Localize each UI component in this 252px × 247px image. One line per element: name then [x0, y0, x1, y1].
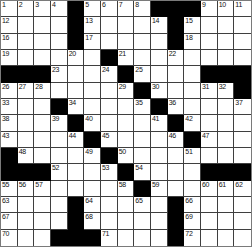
cell-r14c6[interactable]: 68	[84, 213, 101, 229]
cell-r3c13[interactable]	[201, 34, 218, 50]
cell-r13c9[interactable]: 65	[134, 197, 151, 213]
cell-r11c10[interactable]	[151, 164, 168, 180]
block-cell-r6c9	[134, 83, 151, 99]
clue-number-3: 3	[35, 1, 39, 9]
clue-number-43: 43	[2, 132, 9, 140]
cell-r7c2[interactable]	[18, 99, 35, 115]
cell-r10c8[interactable]: 50	[118, 148, 135, 164]
block-cell-r15c6	[84, 230, 101, 246]
cell-r3c12[interactable]: 18	[184, 34, 201, 50]
cell-r12c4[interactable]	[51, 181, 68, 197]
clue-number-67: 67	[2, 213, 9, 221]
clue-number-29: 29	[119, 83, 126, 91]
block-cell-r11c2	[18, 164, 35, 180]
cell-r3c10[interactable]	[151, 34, 168, 50]
cell-r2c6[interactable]: 13	[84, 17, 101, 33]
cell-r14c8[interactable]	[118, 213, 135, 229]
cell-r2c10[interactable]: 14	[151, 17, 168, 33]
cell-r7c8[interactable]	[118, 99, 135, 115]
cell-r4c15[interactable]	[234, 50, 251, 66]
cell-r2c15[interactable]	[234, 17, 251, 33]
cell-r10c11[interactable]	[168, 148, 185, 164]
block-cell-r10c7	[101, 148, 118, 164]
block-cell-r12c9	[134, 181, 151, 197]
clue-number-45: 45	[102, 132, 109, 140]
clue-number-60: 60	[202, 181, 209, 189]
cell-r8c14[interactable]	[218, 115, 235, 131]
cell-r12c12[interactable]	[184, 181, 201, 197]
clue-number-54: 54	[135, 164, 142, 172]
cell-r15c7[interactable]: 71	[101, 230, 118, 246]
cell-r13c3[interactable]	[34, 197, 51, 213]
cell-r9c11[interactable]: 46	[168, 132, 185, 148]
cell-r10c14[interactable]	[218, 148, 235, 164]
clue-number-44: 44	[69, 132, 76, 140]
cell-r11c4[interactable]: 52	[51, 164, 68, 180]
clue-number-57: 57	[35, 181, 42, 189]
cell-r11c7[interactable]: 53	[101, 164, 118, 180]
block-cell-r11c1	[1, 164, 18, 180]
clue-number-68: 68	[85, 213, 92, 221]
clue-number-10: 10	[219, 1, 226, 9]
cell-r5c5[interactable]	[68, 66, 85, 82]
clue-number-48: 48	[19, 148, 26, 156]
cell-r12c13[interactable]: 60	[201, 181, 218, 197]
block-cell-r7c10	[151, 99, 168, 115]
clue-number-69: 69	[185, 213, 192, 221]
cell-r10c3[interactable]	[34, 148, 51, 164]
cell-r15c15[interactable]	[234, 230, 251, 246]
cell-r8c6[interactable]: 40	[84, 115, 101, 131]
block-cell-r5c3	[34, 66, 51, 82]
cell-r9c14[interactable]	[218, 132, 235, 148]
cell-r2c7[interactable]	[101, 17, 118, 33]
cell-r11c11[interactable]	[168, 164, 185, 180]
cell-r13c2[interactable]	[18, 197, 35, 213]
cell-r4c6[interactable]	[84, 50, 101, 66]
cell-r2c3[interactable]	[34, 17, 51, 33]
clue-number-39: 39	[52, 115, 59, 123]
cell-r4c14[interactable]	[218, 50, 235, 66]
clue-number-26: 26	[2, 83, 9, 91]
cell-r8c8[interactable]	[118, 115, 135, 131]
cell-r4c13[interactable]	[201, 50, 218, 66]
cell-r12c14[interactable]: 61	[218, 181, 235, 197]
cell-r14c7[interactable]	[101, 213, 118, 229]
cell-r14c2[interactable]	[18, 213, 35, 229]
cell-r12c1[interactable]: 55	[1, 181, 18, 197]
cell-r1c4[interactable]: 4	[51, 1, 68, 17]
clue-number-56: 56	[19, 181, 26, 189]
clue-number-50: 50	[119, 148, 126, 156]
cell-r3c9[interactable]	[134, 34, 151, 50]
cell-r8c9[interactable]	[134, 115, 151, 131]
block-cell-r6c15	[234, 83, 251, 99]
clue-number-17: 17	[85, 34, 92, 42]
cell-r7c3[interactable]	[34, 99, 51, 115]
cell-r13c4[interactable]	[51, 197, 68, 213]
clue-number-16: 16	[2, 34, 9, 42]
cell-r15c13[interactable]	[201, 230, 218, 246]
clue-number-65: 65	[135, 197, 142, 205]
cell-r15c3[interactable]	[34, 230, 51, 246]
cell-r8c15[interactable]	[234, 115, 251, 131]
cell-r6c4[interactable]	[51, 83, 68, 99]
cell-r14c15[interactable]	[234, 213, 251, 229]
block-cell-r8c11	[168, 115, 185, 131]
cell-r2c8[interactable]	[118, 17, 135, 33]
clue-number-18: 18	[185, 34, 192, 42]
clue-number-22: 22	[169, 50, 176, 58]
cell-r9c3[interactable]	[34, 132, 51, 148]
clue-number-49: 49	[85, 148, 92, 156]
clue-number-66: 66	[185, 197, 192, 205]
cell-r14c13[interactable]	[201, 213, 218, 229]
block-cell-r11c13	[201, 164, 218, 180]
block-cell-r8c5	[68, 115, 85, 131]
cell-r4c8[interactable]: 21	[118, 50, 135, 66]
cell-r13c14[interactable]	[218, 197, 235, 213]
cell-r1c13[interactable]: 9	[201, 1, 218, 17]
cell-r12c8[interactable]: 58	[118, 181, 135, 197]
cell-r10c13[interactable]	[201, 148, 218, 164]
clue-number-32: 32	[219, 83, 226, 91]
cell-r13c15[interactable]	[234, 197, 251, 213]
cell-r3c1[interactable]: 16	[1, 34, 18, 50]
cell-r14c3[interactable]	[34, 213, 51, 229]
clue-number-37: 37	[235, 99, 242, 107]
cell-r13c13[interactable]	[201, 197, 218, 213]
block-cell-r15c5	[68, 230, 85, 246]
cell-r6c11[interactable]	[168, 83, 185, 99]
cell-r9c10[interactable]	[151, 132, 168, 148]
cell-r8c10[interactable]: 41	[151, 115, 168, 131]
block-cell-r15c4	[51, 230, 68, 246]
cell-r3c4[interactable]	[51, 34, 68, 50]
clue-number-15: 15	[185, 17, 192, 25]
block-cell-r14c5	[68, 213, 85, 229]
cell-r1c8[interactable]: 7	[118, 1, 135, 17]
clue-number-30: 30	[152, 83, 159, 91]
block-cell-r10c1	[1, 148, 18, 164]
clue-number-64: 64	[85, 197, 92, 205]
cell-r7c11[interactable]: 36	[168, 99, 185, 115]
cell-r12c3[interactable]: 57	[34, 181, 51, 197]
clue-number-4: 4	[52, 1, 56, 9]
cell-r14c12[interactable]: 69	[184, 213, 201, 229]
cell-r14c10[interactable]	[151, 213, 168, 229]
block-cell-r14c11	[168, 213, 185, 229]
cell-r12c7[interactable]	[101, 181, 118, 197]
cell-r15c9[interactable]	[134, 230, 151, 246]
cell-r2c9[interactable]	[134, 17, 151, 33]
cell-r6c14[interactable]: 32	[218, 83, 235, 99]
block-cell-r1c10	[151, 1, 168, 17]
clue-number-14: 14	[152, 17, 159, 25]
clue-number-70: 70	[2, 230, 9, 238]
cell-r3c3[interactable]	[34, 34, 51, 50]
cell-r5c6[interactable]	[84, 66, 101, 82]
clue-number-31: 31	[202, 83, 209, 91]
cell-r12c5[interactable]	[68, 181, 85, 197]
cell-r12c2[interactable]: 56	[18, 181, 35, 197]
clue-number-35: 35	[135, 99, 142, 107]
clue-number-34: 34	[69, 99, 76, 107]
cell-r7c13[interactable]	[201, 99, 218, 115]
cell-r8c3[interactable]	[34, 115, 51, 131]
clue-number-7: 7	[119, 1, 123, 9]
clue-number-1: 1	[2, 1, 6, 9]
cell-r9c9[interactable]	[134, 132, 151, 148]
clue-number-59: 59	[152, 181, 159, 189]
cell-r3c7[interactable]	[101, 34, 118, 50]
cell-r15c8[interactable]	[118, 230, 135, 246]
block-cell-r2c11	[168, 17, 185, 33]
cell-r3c15[interactable]	[234, 34, 251, 50]
crossword-grid: 1234567891011121314151617181920212223242…	[0, 0, 252, 247]
cell-r6c1[interactable]: 26	[1, 83, 18, 99]
cell-r4c1[interactable]: 19	[1, 50, 18, 66]
clue-number-63: 63	[2, 197, 9, 205]
cell-r7c5[interactable]: 34	[68, 99, 85, 115]
cell-r3c8[interactable]	[118, 34, 135, 50]
clue-number-55: 55	[2, 181, 9, 189]
block-cell-r5c14	[218, 66, 235, 82]
cell-r10c4[interactable]	[51, 148, 68, 164]
clue-number-61: 61	[219, 181, 226, 189]
block-cell-r13c5	[68, 197, 85, 213]
clue-number-8: 8	[135, 1, 139, 9]
clue-number-51: 51	[185, 148, 192, 156]
cell-r4c4[interactable]	[51, 50, 68, 66]
clue-number-9: 9	[202, 1, 206, 9]
cell-r1c3[interactable]: 3	[34, 1, 51, 17]
cell-r7c7[interactable]	[101, 99, 118, 115]
clue-number-53: 53	[102, 164, 109, 172]
block-cell-r11c8	[118, 164, 135, 180]
clue-number-38: 38	[2, 115, 9, 123]
cell-r10c6[interactable]: 49	[84, 148, 101, 164]
cell-r15c14[interactable]	[218, 230, 235, 246]
block-cell-r3c5	[68, 34, 85, 50]
cell-r3c14[interactable]	[218, 34, 235, 50]
cell-r2c13[interactable]	[201, 17, 218, 33]
clue-number-5: 5	[85, 1, 89, 9]
clue-number-46: 46	[169, 132, 176, 140]
clue-number-21: 21	[119, 50, 126, 58]
cell-r6c8[interactable]: 29	[118, 83, 135, 99]
block-cell-r13c11	[168, 197, 185, 213]
block-cell-r5c8	[118, 66, 135, 82]
cell-r12c10[interactable]: 59	[151, 181, 168, 197]
clue-number-71: 71	[102, 230, 109, 238]
cell-r5c9[interactable]: 25	[134, 66, 151, 82]
cell-r13c8[interactable]	[118, 197, 135, 213]
cell-r1c6[interactable]: 5	[84, 1, 101, 17]
block-cell-r11c14	[218, 164, 235, 180]
clue-number-33: 33	[2, 99, 9, 107]
cell-r5c11[interactable]	[168, 66, 185, 82]
cell-r10c15[interactable]	[234, 148, 251, 164]
cell-r8c2[interactable]	[18, 115, 35, 131]
cell-r1c15[interactable]: 11	[234, 1, 251, 17]
block-cell-r1c5	[68, 1, 85, 17]
cell-r9c15[interactable]	[234, 132, 251, 148]
clue-number-40: 40	[85, 115, 92, 123]
cell-r4c2[interactable]	[18, 50, 35, 66]
block-cell-r5c2	[18, 66, 35, 82]
clue-number-72: 72	[185, 230, 192, 238]
cell-r6c13[interactable]: 31	[201, 83, 218, 99]
clue-number-12: 12	[2, 17, 9, 25]
cell-r14c4[interactable]	[51, 213, 68, 229]
cell-r1c9[interactable]: 8	[134, 1, 151, 17]
cell-r15c10[interactable]	[151, 230, 168, 246]
cell-r3c6[interactable]: 17	[84, 34, 101, 50]
cell-r9c7[interactable]: 45	[101, 132, 118, 148]
cell-r7c12[interactable]	[184, 99, 201, 115]
cell-r13c10[interactable]	[151, 197, 168, 213]
cell-r1c2[interactable]: 2	[18, 1, 35, 17]
cell-r1c14[interactable]: 10	[218, 1, 235, 17]
cell-r9c8[interactable]	[118, 132, 135, 148]
cell-r5c7[interactable]: 24	[101, 66, 118, 82]
cell-r6c3[interactable]: 28	[34, 83, 51, 99]
cell-r9c5[interactable]: 44	[68, 132, 85, 148]
cell-r8c7[interactable]	[101, 115, 118, 131]
cell-r9c1[interactable]: 43	[1, 132, 18, 148]
cell-r10c5[interactable]	[68, 148, 85, 164]
block-cell-r15c11	[168, 230, 185, 246]
cell-r11c6[interactable]	[84, 164, 101, 180]
clue-number-36: 36	[169, 99, 176, 107]
cell-r6c12[interactable]	[184, 83, 201, 99]
cell-r6c10[interactable]: 30	[151, 83, 168, 99]
cell-r6c2[interactable]: 27	[18, 83, 35, 99]
cell-r2c14[interactable]	[218, 17, 235, 33]
clue-number-25: 25	[135, 66, 142, 74]
block-cell-r11c15	[234, 164, 251, 180]
block-cell-r5c1	[1, 66, 18, 82]
cell-r10c9[interactable]	[134, 148, 151, 164]
clue-number-27: 27	[19, 83, 26, 91]
cell-r7c15[interactable]: 37	[234, 99, 251, 115]
cell-r5c12[interactable]	[184, 66, 201, 82]
clue-number-52: 52	[52, 164, 59, 172]
block-cell-r7c4	[51, 99, 68, 115]
cell-r13c7[interactable]	[101, 197, 118, 213]
cell-r13c1[interactable]: 63	[1, 197, 18, 213]
cell-r4c12[interactable]	[184, 50, 201, 66]
clue-number-6: 6	[102, 1, 106, 9]
cell-r12c11[interactable]	[168, 181, 185, 197]
cell-r10c12[interactable]: 51	[184, 148, 201, 164]
cell-r6c6[interactable]	[84, 83, 101, 99]
cell-r10c10[interactable]	[151, 148, 168, 164]
cell-r4c11[interactable]: 22	[168, 50, 185, 66]
cell-r4c10[interactable]	[151, 50, 168, 66]
cell-r5c10[interactable]	[151, 66, 168, 82]
clue-number-47: 47	[202, 132, 209, 140]
cell-r2c1[interactable]: 12	[1, 17, 18, 33]
clue-number-19: 19	[2, 50, 9, 58]
cell-r2c4[interactable]	[51, 17, 68, 33]
cell-r4c9[interactable]	[134, 50, 151, 66]
cell-r11c9[interactable]: 54	[134, 164, 151, 180]
clue-number-11: 11	[235, 1, 242, 9]
cell-r8c12[interactable]: 42	[184, 115, 201, 131]
block-cell-r5c15	[234, 66, 251, 82]
cell-r12c6[interactable]	[84, 181, 101, 197]
cell-r8c13[interactable]	[201, 115, 218, 131]
block-cell-r2c5	[68, 17, 85, 33]
cell-r11c12[interactable]	[184, 164, 201, 180]
clue-number-42: 42	[185, 115, 192, 123]
cell-r15c2[interactable]	[18, 230, 35, 246]
block-cell-r11c3	[34, 164, 51, 180]
cell-r4c5[interactable]: 20	[68, 50, 85, 66]
block-cell-r9c12	[184, 132, 201, 148]
cell-r14c1[interactable]: 67	[1, 213, 18, 229]
cell-r14c14[interactable]	[218, 213, 235, 229]
cell-r9c13[interactable]: 47	[201, 132, 218, 148]
cell-r14c9[interactable]	[134, 213, 151, 229]
cell-r6c7[interactable]	[101, 83, 118, 99]
cell-r9c4[interactable]	[51, 132, 68, 148]
cell-r7c14[interactable]	[218, 99, 235, 115]
cell-r7c1[interactable]: 33	[1, 99, 18, 115]
cell-r1c1[interactable]: 1	[1, 1, 18, 17]
cell-r7c9[interactable]: 35	[134, 99, 151, 115]
clue-number-41: 41	[152, 115, 159, 123]
cell-r9c2[interactable]	[18, 132, 35, 148]
cell-r5c4[interactable]: 23	[51, 66, 68, 82]
cell-r2c2[interactable]	[18, 17, 35, 33]
cell-r8c1[interactable]: 38	[1, 115, 18, 131]
cell-r10c2[interactable]: 48	[18, 148, 35, 164]
cell-r4c3[interactable]	[34, 50, 51, 66]
clue-number-2: 2	[19, 1, 23, 9]
clue-number-28: 28	[35, 83, 42, 91]
block-cell-r1c11	[168, 1, 185, 17]
cell-r12c15[interactable]: 62	[234, 181, 251, 197]
block-cell-r3c11	[168, 34, 185, 50]
block-cell-r4c7	[101, 50, 118, 66]
cell-r6c5[interactable]	[68, 83, 85, 99]
clue-number-23: 23	[52, 66, 59, 74]
cell-r13c6[interactable]: 64	[84, 197, 101, 213]
block-cell-r9c6	[84, 132, 101, 148]
cell-r8c4[interactable]: 39	[51, 115, 68, 131]
cell-r13c12[interactable]: 66	[184, 197, 201, 213]
cell-r15c12[interactable]: 72	[184, 230, 201, 246]
cell-r3c2[interactable]	[18, 34, 35, 50]
clue-number-62: 62	[235, 181, 242, 189]
clue-number-24: 24	[102, 66, 109, 74]
clue-number-13: 13	[85, 17, 92, 25]
cell-r7c6[interactable]	[84, 99, 101, 115]
clue-number-20: 20	[69, 50, 76, 58]
cell-r2c12[interactable]: 15	[184, 17, 201, 33]
block-cell-r1c12	[184, 1, 201, 17]
clue-number-58: 58	[119, 181, 126, 189]
cell-r15c1[interactable]: 70	[1, 230, 18, 246]
cell-r11c5[interactable]	[68, 164, 85, 180]
cell-r1c7[interactable]: 6	[101, 1, 118, 17]
block-cell-r5c13	[201, 66, 218, 82]
